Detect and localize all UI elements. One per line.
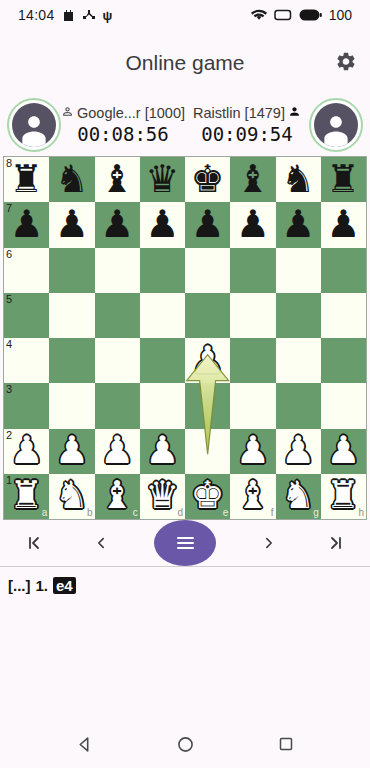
status-time: 14:04 (18, 7, 55, 23)
square-h8[interactable]: ♜ (321, 157, 366, 202)
black-pawn: ♟ (236, 205, 270, 243)
file-label-g: g (313, 508, 319, 518)
hamburger-icon (177, 537, 194, 540)
rank-label-2: 2 (6, 430, 12, 441)
square-b1[interactable]: ♞b (49, 474, 94, 519)
black-pawn: ♟ (55, 205, 89, 243)
white-player-name-row: Google...r [1000] (61, 105, 185, 121)
square-a5[interactable]: 5 (4, 293, 49, 338)
white-bishop: ♝ (100, 476, 134, 514)
divider (0, 566, 370, 567)
rank-label-8: 8 (6, 158, 12, 169)
square-f6[interactable] (230, 248, 275, 293)
person-filled-icon (288, 105, 301, 121)
white-pawn: ♟ (55, 431, 89, 469)
battery-icon (299, 9, 322, 21)
wifi-icon (251, 9, 267, 22)
black-rook: ♜ (326, 160, 360, 198)
square-d3[interactable] (140, 383, 185, 428)
sd-card-icon (274, 9, 292, 21)
square-h3[interactable] (321, 383, 366, 428)
square-e5[interactable] (185, 293, 230, 338)
previous-move-button[interactable] (88, 530, 114, 556)
square-c6[interactable] (95, 248, 140, 293)
status-bar: 14:04 ψ 100 (0, 0, 370, 30)
square-g1[interactable]: ♞g (276, 474, 321, 519)
next-move-button[interactable] (256, 530, 282, 556)
go-to-start-button[interactable] (20, 529, 48, 557)
rank-label-6: 6 (6, 249, 12, 260)
black-pawn: ♟ (281, 205, 315, 243)
black-bishop: ♝ (100, 160, 134, 198)
file-label-e: e (223, 508, 229, 518)
square-b8[interactable]: ♞ (49, 157, 94, 202)
square-c2[interactable]: ♟ (95, 429, 140, 474)
white-pawn: ♟ (191, 341, 225, 379)
status-bar-right: 100 (251, 7, 352, 23)
black-knight: ♞ (55, 160, 89, 198)
screen: 14:04 ψ 100 Online game (0, 0, 370, 768)
square-c7[interactable]: ♟ (95, 202, 140, 247)
square-c3[interactable] (95, 383, 140, 428)
white-bishop: ♝ (236, 476, 270, 514)
status-bar-left: 14:04 ψ (18, 7, 112, 23)
avatar-person-icon (12, 103, 56, 147)
square-b5[interactable] (49, 293, 94, 338)
square-f1[interactable]: ♝f (230, 474, 275, 519)
square-h5[interactable] (321, 293, 366, 338)
square-g5[interactable] (276, 293, 321, 338)
square-g6[interactable] (276, 248, 321, 293)
square-g3[interactable] (276, 383, 321, 428)
go-to-end-button[interactable] (322, 529, 350, 557)
move-list-prefix: [...] (8, 577, 31, 594)
page-title: Online game (0, 40, 370, 86)
square-a7[interactable]: ♟7 (4, 202, 49, 247)
file-label-d: d (177, 508, 183, 518)
square-h4[interactable] (321, 338, 366, 383)
black-king: ♚ (191, 160, 225, 198)
black-pawn: ♟ (10, 205, 44, 243)
black-player-block: Raistlin [1479] 00:09:54 (185, 105, 309, 145)
square-f5[interactable] (230, 293, 275, 338)
rank-label-4: 4 (6, 339, 12, 350)
square-a3[interactable]: 3 (4, 383, 49, 428)
settings-button[interactable] (333, 49, 359, 78)
square-f8[interactable]: ♝ (230, 157, 275, 202)
rank-label-1: 1 (6, 475, 12, 486)
square-d8[interactable]: ♛ (140, 157, 185, 202)
android-back-button[interactable] (72, 732, 97, 757)
square-f2[interactable]: ♟ (230, 429, 275, 474)
white-knight: ♞ (281, 476, 315, 514)
black-pawn: ♟ (191, 205, 225, 243)
black-pawn: ♟ (100, 205, 134, 243)
square-g7[interactable]: ♟ (276, 202, 321, 247)
square-c8[interactable]: ♝ (95, 157, 140, 202)
square-d5[interactable] (140, 293, 185, 338)
file-label-a: a (42, 508, 48, 518)
rank-label-3: 3 (6, 384, 12, 395)
square-a1[interactable]: ♜1a (4, 474, 49, 519)
square-h1[interactable]: ♜h (321, 474, 366, 519)
square-g8[interactable]: ♞ (276, 157, 321, 202)
square-c4[interactable] (95, 338, 140, 383)
file-label-c: c (133, 508, 138, 518)
move-number: 1. (36, 577, 49, 594)
white-player-name: Google...r [1000] (77, 105, 185, 121)
black-bishop: ♝ (236, 160, 270, 198)
square-d6[interactable] (140, 248, 185, 293)
avatar-person-icon (314, 103, 358, 147)
square-e4[interactable]: ♟ (185, 338, 230, 383)
square-b7[interactable]: ♟ (49, 202, 94, 247)
square-a8[interactable]: ♜8 (4, 157, 49, 202)
square-e3[interactable] (185, 383, 230, 428)
android-recents-button[interactable] (274, 732, 298, 756)
white-rook: ♜ (10, 476, 44, 514)
square-b6[interactable] (49, 248, 94, 293)
black-player-avatar[interactable] (309, 98, 363, 152)
white-player-avatar[interactable] (7, 98, 61, 152)
menu-button[interactable] (154, 520, 216, 566)
person-outline-icon (61, 105, 74, 121)
square-h6[interactable] (321, 248, 366, 293)
square-d2[interactable]: ♟ (140, 429, 185, 474)
white-rook: ♜ (326, 476, 360, 514)
rank-label-5: 5 (6, 294, 12, 305)
white-knight: ♞ (55, 476, 89, 514)
file-label-f: f (271, 508, 274, 518)
square-d1[interactable]: ♛d (140, 474, 185, 519)
black-knight: ♞ (281, 160, 315, 198)
square-c5[interactable] (95, 293, 140, 338)
square-e2[interactable] (185, 429, 230, 474)
white-queen: ♛ (145, 476, 179, 514)
battery-percent: 100 (329, 7, 352, 23)
file-label-b: b (87, 508, 93, 518)
square-a6[interactable]: 6 (4, 248, 49, 293)
square-d4[interactable] (140, 338, 185, 383)
square-h2[interactable]: ♟ (321, 429, 366, 474)
white-pawn: ♟ (145, 431, 179, 469)
white-player-block: Google...r [1000] 00:08:56 (61, 105, 185, 145)
file-label-h: h (358, 508, 364, 518)
players-row: Google...r [1000] 00:08:56 Raistlin [147… (0, 94, 370, 156)
usb-icon: ψ (103, 9, 113, 22)
white-pawn: ♟ (236, 431, 270, 469)
black-pawn: ♟ (145, 205, 179, 243)
white-pawn: ♟ (100, 431, 134, 469)
sim-card-icon (62, 9, 75, 22)
white-pawn: ♟ (281, 431, 315, 469)
square-d7[interactable]: ♟ (140, 202, 185, 247)
black-queen: ♛ (145, 160, 179, 198)
move-list: [...] 1. e4 (8, 577, 76, 594)
white-king: ♚ (191, 476, 225, 514)
android-home-button[interactable] (173, 732, 198, 757)
chess-board: ♜8♞♝♛♚♝♞♜♟7♟♟♟♟♟♟♟654♟3♟2♟♟♟♟♟♟♜1a♞b♝c♛d… (3, 156, 367, 520)
square-c1[interactable]: ♝c (95, 474, 140, 519)
square-g2[interactable]: ♟ (276, 429, 321, 474)
square-a2[interactable]: ♟2 (4, 429, 49, 474)
square-b3[interactable] (49, 383, 94, 428)
black-pawn: ♟ (326, 205, 360, 243)
square-h7[interactable]: ♟ (321, 202, 366, 247)
square-f3[interactable] (230, 383, 275, 428)
black-player-clock: 00:09:54 (201, 123, 293, 145)
square-e1[interactable]: ♚e (185, 474, 230, 519)
device-hub-icon (82, 9, 96, 22)
square-g4[interactable] (276, 338, 321, 383)
current-move-badge[interactable]: e4 (53, 577, 76, 594)
white-pawn: ♟ (326, 431, 360, 469)
black-rook: ♜ (10, 160, 44, 198)
square-f4[interactable] (230, 338, 275, 383)
move-nav-row (0, 518, 370, 568)
square-e7[interactable]: ♟ (185, 202, 230, 247)
square-b2[interactable]: ♟ (49, 429, 94, 474)
white-player-clock: 00:08:56 (77, 123, 169, 145)
square-b4[interactable] (49, 338, 94, 383)
square-f7[interactable]: ♟ (230, 202, 275, 247)
black-player-name: Raistlin [1479] (193, 105, 285, 121)
rank-label-7: 7 (6, 203, 12, 214)
android-nav-bar (0, 724, 370, 764)
square-e8[interactable]: ♚ (185, 157, 230, 202)
square-a4[interactable]: 4 (4, 338, 49, 383)
header: Online game (0, 40, 370, 86)
gear-icon (335, 51, 357, 76)
black-player-name-row: Raistlin [1479] (193, 105, 301, 121)
white-pawn: ♟ (10, 431, 44, 469)
square-e6[interactable] (185, 248, 230, 293)
